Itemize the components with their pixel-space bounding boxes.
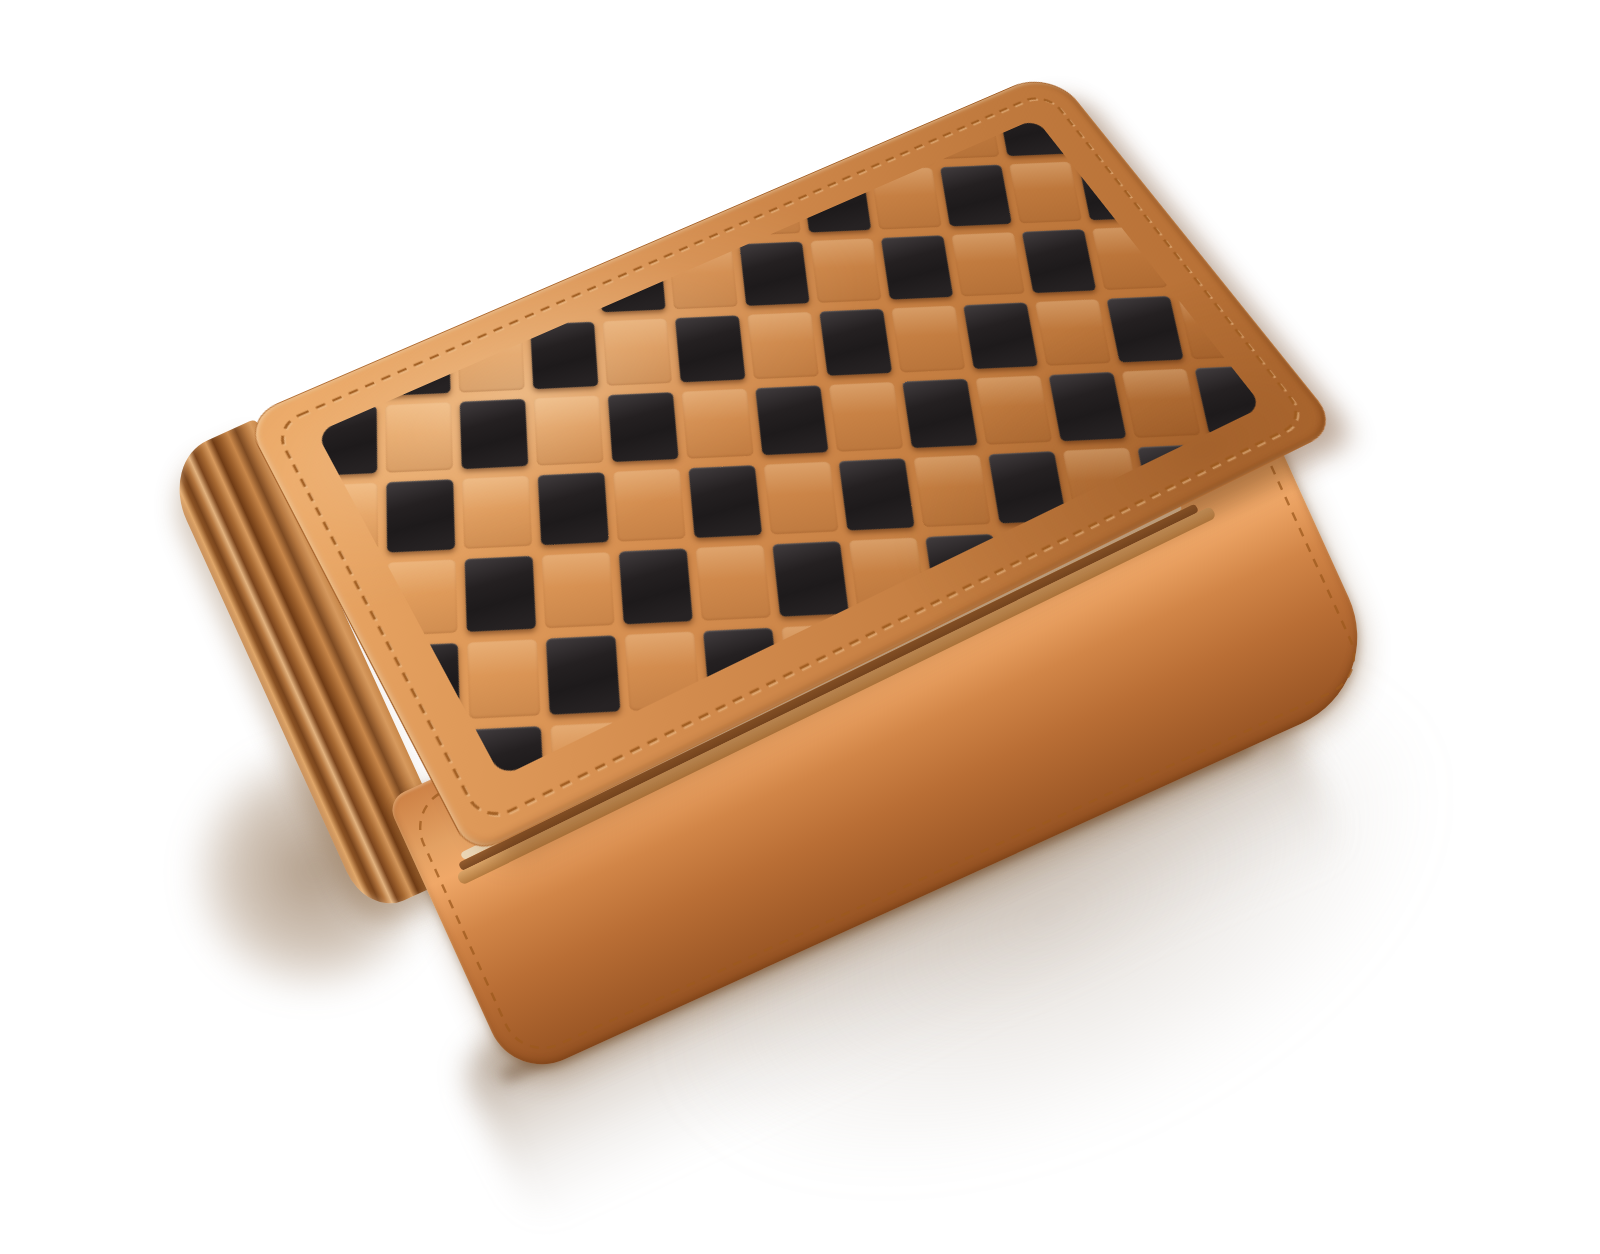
- weave-tan-square: [515, 119, 588, 182]
- weave-tan-square: [379, 253, 452, 327]
- weave-black-square: [1127, 119, 1210, 155]
- weave-tan-square: [588, 175, 664, 246]
- weave-black-square: [379, 184, 451, 255]
- weave-black-square: [377, 119, 446, 122]
- weave-tan-square: [1227, 216, 1263, 289]
- weave-black-square: [1201, 774, 1263, 777]
- weave-black-square: [720, 119, 796, 173]
- weave-tan-square: [449, 181, 522, 252]
- weave-black-square: [447, 119, 519, 185]
- weave-black-square: [1211, 149, 1263, 219]
- weave-tan-square: [1195, 119, 1263, 152]
- studio-backdrop: [0, 0, 1600, 1254]
- weave-black-square: [519, 178, 593, 249]
- weave-tan-square: [316, 119, 378, 125]
- weave-black-square: [316, 121, 378, 190]
- weave-black-square: [316, 256, 380, 330]
- weave-tan-square: [652, 119, 727, 176]
- weave-tan-square: [316, 187, 379, 259]
- weave-black-square: [584, 119, 658, 179]
- weave-tan-square: [378, 119, 449, 188]
